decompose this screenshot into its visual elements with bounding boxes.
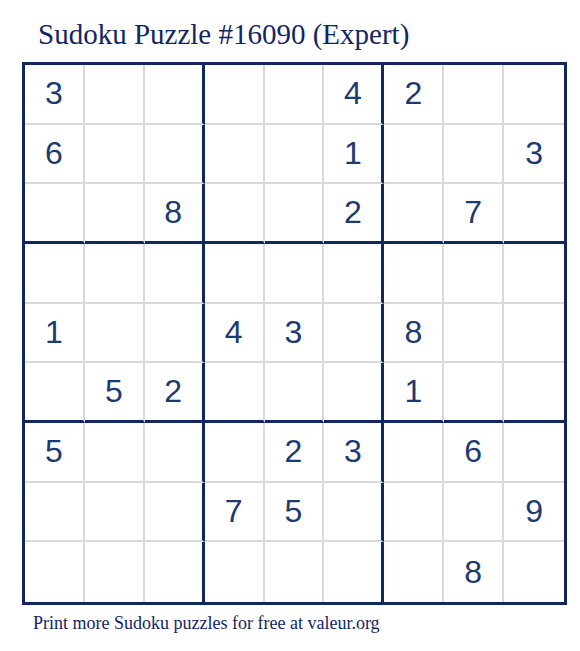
sudoku-cell-r8c1	[25, 483, 85, 543]
sudoku-cell-r7c4	[205, 423, 265, 483]
sudoku-cell-r8c4: 7	[205, 483, 265, 543]
sudoku-cell-r1c4	[205, 65, 265, 125]
sudoku-cell-r3c8: 7	[444, 184, 504, 244]
sudoku-cell-r6c1	[25, 363, 85, 423]
sudoku-cell-r1c5	[265, 65, 325, 125]
sudoku-cell-r7c9	[504, 423, 564, 483]
sudoku-cell-r6c3: 2	[145, 363, 205, 423]
sudoku-cell-r2c1: 6	[25, 125, 85, 185]
sudoku-cell-r4c6	[324, 244, 384, 304]
sudoku-cell-r3c1	[25, 184, 85, 244]
sudoku-cell-r6c2: 5	[85, 363, 145, 423]
sudoku-cell-r1c9	[504, 65, 564, 125]
sudoku-cell-r1c6: 4	[324, 65, 384, 125]
sudoku-cell-r4c1	[25, 244, 85, 304]
sudoku-cell-r6c4	[205, 363, 265, 423]
sudoku-board: 342613827143852152367598	[22, 62, 567, 605]
sudoku-cell-r9c8: 8	[444, 542, 504, 602]
sudoku-cell-r5c4: 4	[205, 304, 265, 364]
sudoku-cell-r4c7	[384, 244, 444, 304]
sudoku-cell-r7c7	[384, 423, 444, 483]
sudoku-cell-r4c4	[205, 244, 265, 304]
sudoku-cell-r2c7	[384, 125, 444, 185]
sudoku-cell-r9c1	[25, 542, 85, 602]
sudoku-cell-r5c8	[444, 304, 504, 364]
sudoku-cell-r5c9	[504, 304, 564, 364]
sudoku-cell-r1c7: 2	[384, 65, 444, 125]
sudoku-cell-r6c7: 1	[384, 363, 444, 423]
sudoku-cell-r6c5	[265, 363, 325, 423]
footer-text: Print more Sudoku puzzles for free at va…	[33, 613, 380, 634]
sudoku-cell-r7c8: 6	[444, 423, 504, 483]
sudoku-cell-r9c4	[205, 542, 265, 602]
sudoku-cell-r2c3	[145, 125, 205, 185]
sudoku-cell-r4c3	[145, 244, 205, 304]
sudoku-cell-r8c5: 5	[265, 483, 325, 543]
sudoku-cell-r2c9: 3	[504, 125, 564, 185]
sudoku-cell-r6c8	[444, 363, 504, 423]
sudoku-cell-r5c5: 3	[265, 304, 325, 364]
sudoku-cell-r4c2	[85, 244, 145, 304]
sudoku-cell-r4c9	[504, 244, 564, 304]
sudoku-cell-r7c3	[145, 423, 205, 483]
sudoku-cell-r6c6	[324, 363, 384, 423]
sudoku-cell-r9c3	[145, 542, 205, 602]
sudoku-cell-r3c6: 2	[324, 184, 384, 244]
page: Sudoku Puzzle #16090 (Expert) 3426138271…	[0, 0, 580, 651]
sudoku-cell-r5c6	[324, 304, 384, 364]
sudoku-cell-r2c5	[265, 125, 325, 185]
sudoku-cell-r4c8	[444, 244, 504, 304]
sudoku-cell-r4c5	[265, 244, 325, 304]
sudoku-cell-r2c2	[85, 125, 145, 185]
sudoku-cell-r1c2	[85, 65, 145, 125]
sudoku-cell-r9c9	[504, 542, 564, 602]
sudoku-cell-r8c7	[384, 483, 444, 543]
sudoku-cell-r2c8	[444, 125, 504, 185]
sudoku-cell-r5c1: 1	[25, 304, 85, 364]
sudoku-cell-r5c7: 8	[384, 304, 444, 364]
sudoku-cell-r1c8	[444, 65, 504, 125]
sudoku-cell-r2c4	[205, 125, 265, 185]
sudoku-cell-r3c3: 8	[145, 184, 205, 244]
sudoku-cell-r7c2	[85, 423, 145, 483]
sudoku-cell-r7c1: 5	[25, 423, 85, 483]
sudoku-cell-r9c5	[265, 542, 325, 602]
sudoku-cell-r1c1: 3	[25, 65, 85, 125]
sudoku-cell-r7c6: 3	[324, 423, 384, 483]
puzzle-title: Sudoku Puzzle #16090 (Expert)	[38, 18, 409, 51]
sudoku-cell-r3c5	[265, 184, 325, 244]
sudoku-cell-r9c6	[324, 542, 384, 602]
sudoku-cell-r7c5: 2	[265, 423, 325, 483]
sudoku-cell-r6c9	[504, 363, 564, 423]
sudoku-cell-r5c2	[85, 304, 145, 364]
sudoku-cell-r3c4	[205, 184, 265, 244]
sudoku-cell-r5c3	[145, 304, 205, 364]
sudoku-cell-r8c6	[324, 483, 384, 543]
sudoku-cell-r8c3	[145, 483, 205, 543]
sudoku-cell-r8c2	[85, 483, 145, 543]
sudoku-cell-r1c3	[145, 65, 205, 125]
sudoku-cell-r3c7	[384, 184, 444, 244]
sudoku-cell-r2c6: 1	[324, 125, 384, 185]
sudoku-cell-r8c9: 9	[504, 483, 564, 543]
sudoku-cell-r8c8	[444, 483, 504, 543]
sudoku-cell-r9c7	[384, 542, 444, 602]
sudoku-cell-r3c2	[85, 184, 145, 244]
sudoku-cell-r9c2	[85, 542, 145, 602]
sudoku-cell-r3c9	[504, 184, 564, 244]
